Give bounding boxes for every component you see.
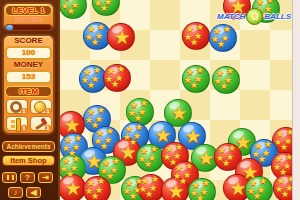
level-progress-fill bbox=[6, 25, 13, 30]
item-slot-coin[interactable]: 1 bbox=[30, 99, 52, 114]
small-star-icon: ★ bbox=[86, 80, 96, 90]
playfield[interactable]: ★★★★★★★★★★★★★★★★★★★★★★★★★★★★★★★★★★★★★★★★… bbox=[60, 0, 300, 200]
small-star-icon: ★ bbox=[144, 189, 154, 199]
small-star-icon: ★ bbox=[279, 142, 289, 152]
small-star-icon: ★ bbox=[280, 189, 290, 199]
stats-panel: SCORE 100 MONEY 153 ITEM 1 1 1 bbox=[2, 34, 55, 135]
money-value: 153 bbox=[5, 70, 52, 84]
achievements-button[interactable]: Achievements bbox=[2, 141, 55, 152]
ball-red[interactable]: ★★★★★ bbox=[103, 64, 131, 92]
game-logo: MATCH BALLS bbox=[217, 8, 291, 25]
music-toggle-button[interactable]: ♪ bbox=[8, 187, 23, 198]
logo-ball-icon bbox=[246, 8, 263, 25]
logo-text-right: BALLS bbox=[264, 12, 291, 21]
item-count: 1 bbox=[45, 108, 50, 114]
big-star-icon: ★ bbox=[108, 25, 136, 53]
small-star-icon: ★ bbox=[195, 193, 205, 200]
ball-red[interactable]: ★ bbox=[60, 174, 86, 200]
score-label: SCORE bbox=[4, 36, 53, 46]
ball-blue[interactable]: ★★★★★ bbox=[209, 24, 237, 52]
exit-button[interactable]: ⇥ bbox=[38, 172, 53, 183]
audio-buttons-row: ♪ ◀ bbox=[8, 187, 41, 198]
ball-red[interactable]: ★ bbox=[107, 23, 135, 51]
item-title: ITEM bbox=[5, 86, 52, 97]
big-star-icon: ★ bbox=[60, 176, 87, 200]
small-star-icon: ★ bbox=[90, 37, 100, 47]
window-edge-strip bbox=[292, 0, 300, 200]
score-value: 100 bbox=[5, 46, 52, 60]
small-star-icon: ★ bbox=[110, 79, 120, 89]
ball-green[interactable]: ★★★★★ bbox=[60, 0, 87, 19]
small-star-icon: ★ bbox=[189, 80, 199, 90]
small-star-icon: ★ bbox=[143, 159, 153, 169]
item-slot-hammer[interactable]: 1 bbox=[30, 116, 52, 131]
level-progress-bar bbox=[5, 24, 52, 31]
ball-green[interactable]: ★★★★★ bbox=[212, 66, 240, 94]
money-label: MONEY bbox=[4, 60, 53, 70]
ball-red[interactable]: ★★★★★ bbox=[182, 22, 210, 50]
big-star-icon: ★ bbox=[162, 179, 190, 200]
small-star-icon: ★ bbox=[221, 158, 231, 168]
sound-toggle-button[interactable]: ◀ bbox=[26, 187, 41, 198]
item-slot-donut[interactable]: 1 bbox=[6, 99, 28, 114]
item-count: 1 bbox=[21, 125, 26, 131]
ball-green[interactable]: ★★★★★ bbox=[182, 65, 210, 93]
logo-text-left: MATCH bbox=[217, 12, 245, 21]
small-star-icon: ★ bbox=[189, 37, 199, 47]
coin-icon bbox=[34, 101, 46, 113]
control-buttons-row: ? ⇥ bbox=[2, 172, 53, 183]
pause-button[interactable] bbox=[2, 172, 17, 183]
small-star-icon: ★ bbox=[66, 6, 76, 16]
help-button[interactable]: ? bbox=[20, 172, 35, 183]
item-count: 1 bbox=[45, 125, 50, 131]
sidebar-hud: LEVEL 1 100/1500 SCORE 100 MONEY 153 ITE… bbox=[0, 0, 60, 200]
item-count: 1 bbox=[21, 108, 26, 114]
small-star-icon: ★ bbox=[252, 191, 262, 200]
ball-green[interactable]: ★★★★★ bbox=[188, 178, 216, 200]
ball-green[interactable]: ★★★★★ bbox=[92, 0, 120, 16]
game-window: ★★★★★★★★★★★★★★★★★★★★★★★★★★★★★★★★★★★★★★★★… bbox=[0, 0, 300, 200]
level-panel: LEVEL 1 100/1500 bbox=[2, 2, 55, 31]
item-slot-key[interactable]: 1 bbox=[6, 116, 28, 131]
small-star-icon: ★ bbox=[90, 191, 100, 200]
small-star-icon: ★ bbox=[99, 3, 109, 13]
small-star-icon: ★ bbox=[216, 39, 226, 49]
ball-red[interactable]: ★ bbox=[161, 177, 189, 200]
item-shop-button[interactable]: Item Shop bbox=[2, 155, 55, 166]
small-star-icon: ★ bbox=[219, 81, 229, 91]
donut-icon bbox=[10, 101, 22, 113]
small-star-icon: ★ bbox=[128, 191, 138, 200]
small-star-icon: ★ bbox=[105, 171, 115, 181]
item-grid: 1 1 1 1 bbox=[4, 99, 53, 131]
level-title: LEVEL 1 bbox=[5, 5, 52, 16]
level-progress-text: 100/1500 bbox=[4, 16, 53, 23]
pause-icon bbox=[7, 175, 14, 180]
